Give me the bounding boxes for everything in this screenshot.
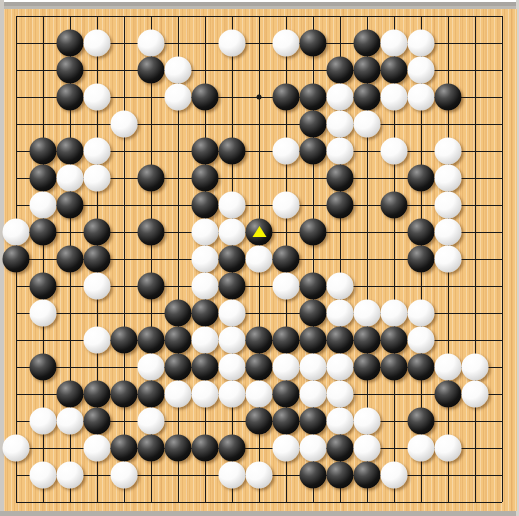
black-stone bbox=[327, 435, 354, 462]
white-stone bbox=[165, 84, 192, 111]
black-stone bbox=[84, 246, 111, 273]
black-stone bbox=[138, 381, 165, 408]
black-stone bbox=[30, 273, 57, 300]
black-stone bbox=[111, 327, 138, 354]
go-board[interactable] bbox=[4, 9, 517, 511]
black-stone bbox=[138, 273, 165, 300]
white-stone bbox=[84, 327, 111, 354]
black-stone bbox=[165, 300, 192, 327]
black-stone bbox=[381, 57, 408, 84]
white-stone bbox=[111, 462, 138, 489]
white-stone bbox=[435, 192, 462, 219]
black-stone bbox=[300, 300, 327, 327]
white-stone bbox=[273, 435, 300, 462]
white-stone bbox=[219, 354, 246, 381]
white-stone bbox=[165, 57, 192, 84]
white-stone bbox=[57, 462, 84, 489]
black-stone bbox=[192, 165, 219, 192]
black-stone bbox=[300, 408, 327, 435]
black-stone bbox=[246, 327, 273, 354]
black-stone bbox=[354, 57, 381, 84]
black-stone bbox=[273, 408, 300, 435]
black-stone bbox=[408, 246, 435, 273]
white-stone bbox=[57, 165, 84, 192]
white-stone bbox=[327, 408, 354, 435]
black-stone bbox=[408, 165, 435, 192]
white-stone bbox=[57, 408, 84, 435]
white-stone bbox=[381, 462, 408, 489]
white-stone bbox=[408, 327, 435, 354]
black-stone bbox=[327, 327, 354, 354]
black-stone bbox=[138, 435, 165, 462]
black-stone bbox=[3, 246, 30, 273]
black-stone bbox=[300, 327, 327, 354]
black-stone bbox=[192, 84, 219, 111]
white-stone bbox=[84, 84, 111, 111]
black-stone bbox=[165, 327, 192, 354]
white-stone bbox=[138, 408, 165, 435]
white-stone bbox=[273, 138, 300, 165]
black-stone bbox=[84, 408, 111, 435]
white-stone bbox=[138, 30, 165, 57]
white-stone bbox=[354, 111, 381, 138]
black-stone bbox=[57, 138, 84, 165]
black-stone bbox=[84, 219, 111, 246]
white-stone bbox=[327, 300, 354, 327]
white-stone bbox=[327, 381, 354, 408]
black-stone bbox=[273, 246, 300, 273]
black-stone bbox=[192, 435, 219, 462]
black-stone bbox=[57, 84, 84, 111]
white-stone bbox=[84, 273, 111, 300]
black-stone bbox=[273, 327, 300, 354]
black-stone bbox=[246, 354, 273, 381]
black-stone bbox=[327, 57, 354, 84]
white-stone bbox=[30, 408, 57, 435]
black-stone bbox=[327, 165, 354, 192]
white-stone bbox=[435, 435, 462, 462]
black-stone bbox=[300, 138, 327, 165]
black-stone bbox=[84, 381, 111, 408]
black-stone bbox=[57, 381, 84, 408]
black-stone bbox=[30, 138, 57, 165]
white-stone bbox=[219, 300, 246, 327]
black-stone bbox=[327, 462, 354, 489]
white-stone bbox=[354, 435, 381, 462]
black-stone bbox=[246, 408, 273, 435]
black-stone bbox=[138, 219, 165, 246]
white-stone bbox=[300, 354, 327, 381]
black-stone bbox=[381, 327, 408, 354]
white-stone bbox=[273, 273, 300, 300]
white-stone bbox=[219, 462, 246, 489]
black-stone bbox=[165, 354, 192, 381]
black-stone bbox=[300, 111, 327, 138]
white-stone bbox=[381, 300, 408, 327]
black-stone bbox=[111, 381, 138, 408]
white-stone bbox=[192, 273, 219, 300]
black-stone bbox=[354, 354, 381, 381]
white-stone bbox=[219, 219, 246, 246]
black-stone bbox=[327, 192, 354, 219]
white-stone bbox=[219, 327, 246, 354]
black-stone bbox=[381, 354, 408, 381]
black-stone bbox=[57, 246, 84, 273]
black-stone bbox=[219, 246, 246, 273]
white-stone bbox=[30, 300, 57, 327]
white-stone bbox=[192, 246, 219, 273]
white-stone bbox=[462, 354, 489, 381]
white-stone bbox=[435, 219, 462, 246]
black-stone bbox=[408, 354, 435, 381]
black-stone bbox=[300, 84, 327, 111]
white-stone bbox=[219, 381, 246, 408]
black-stone bbox=[435, 381, 462, 408]
white-stone bbox=[435, 138, 462, 165]
black-stone bbox=[408, 219, 435, 246]
black-stone-last-move bbox=[246, 219, 273, 246]
white-stone bbox=[273, 354, 300, 381]
black-stone bbox=[219, 435, 246, 462]
black-stone bbox=[192, 354, 219, 381]
white-stone bbox=[138, 354, 165, 381]
white-stone bbox=[246, 462, 273, 489]
white-stone bbox=[3, 219, 30, 246]
white-stone bbox=[111, 111, 138, 138]
last-move-triangle-marker bbox=[252, 226, 266, 237]
black-stone bbox=[273, 381, 300, 408]
white-stone bbox=[381, 30, 408, 57]
white-stone bbox=[435, 165, 462, 192]
black-stone bbox=[138, 165, 165, 192]
white-stone bbox=[462, 381, 489, 408]
black-stone bbox=[354, 84, 381, 111]
black-stone bbox=[354, 30, 381, 57]
white-stone bbox=[246, 246, 273, 273]
black-stone bbox=[300, 219, 327, 246]
white-stone bbox=[84, 165, 111, 192]
white-stone bbox=[381, 138, 408, 165]
white-stone bbox=[327, 84, 354, 111]
white-stone bbox=[192, 327, 219, 354]
black-stone bbox=[219, 273, 246, 300]
go-app-window bbox=[0, 0, 519, 516]
white-stone bbox=[408, 435, 435, 462]
white-stone bbox=[84, 138, 111, 165]
black-stone bbox=[57, 192, 84, 219]
white-stone bbox=[84, 30, 111, 57]
white-stone bbox=[327, 111, 354, 138]
black-stone bbox=[381, 192, 408, 219]
black-stone bbox=[30, 219, 57, 246]
black-stone bbox=[30, 165, 57, 192]
white-stone bbox=[381, 84, 408, 111]
black-stone bbox=[192, 300, 219, 327]
black-stone bbox=[354, 327, 381, 354]
white-stone bbox=[3, 435, 30, 462]
white-stone bbox=[354, 300, 381, 327]
black-stone bbox=[57, 30, 84, 57]
white-stone bbox=[327, 273, 354, 300]
white-stone bbox=[192, 219, 219, 246]
black-stone bbox=[165, 435, 192, 462]
white-stone bbox=[354, 408, 381, 435]
black-stone bbox=[408, 408, 435, 435]
star-point bbox=[257, 95, 262, 100]
black-stone bbox=[435, 84, 462, 111]
white-stone bbox=[30, 462, 57, 489]
white-stone bbox=[300, 435, 327, 462]
white-stone bbox=[165, 381, 192, 408]
black-stone bbox=[300, 462, 327, 489]
white-stone bbox=[435, 246, 462, 273]
black-stone bbox=[30, 354, 57, 381]
black-stone bbox=[219, 138, 246, 165]
black-stone bbox=[192, 138, 219, 165]
white-stone bbox=[435, 354, 462, 381]
white-stone bbox=[219, 192, 246, 219]
black-stone bbox=[273, 84, 300, 111]
black-stone bbox=[354, 462, 381, 489]
black-stone bbox=[111, 435, 138, 462]
black-stone bbox=[300, 30, 327, 57]
white-stone bbox=[192, 381, 219, 408]
white-stone bbox=[300, 381, 327, 408]
white-stone bbox=[84, 435, 111, 462]
black-stone bbox=[138, 57, 165, 84]
white-stone bbox=[408, 300, 435, 327]
black-stone bbox=[300, 273, 327, 300]
white-stone bbox=[219, 30, 246, 57]
white-stone bbox=[408, 84, 435, 111]
white-stone bbox=[408, 30, 435, 57]
white-stone bbox=[273, 30, 300, 57]
window-frame-top bbox=[0, 0, 519, 9]
black-stone bbox=[57, 57, 84, 84]
white-stone bbox=[30, 192, 57, 219]
black-stone bbox=[192, 192, 219, 219]
black-stone bbox=[138, 327, 165, 354]
white-stone bbox=[408, 57, 435, 84]
white-stone bbox=[246, 381, 273, 408]
white-stone bbox=[327, 354, 354, 381]
white-stone bbox=[273, 192, 300, 219]
white-stone bbox=[327, 138, 354, 165]
